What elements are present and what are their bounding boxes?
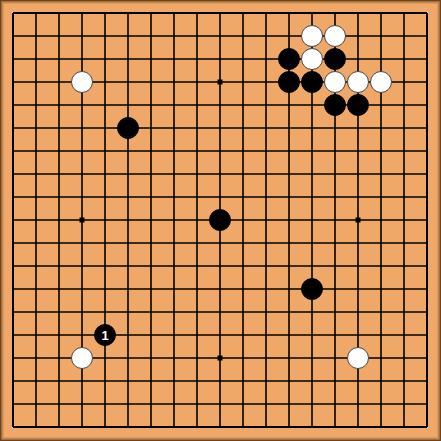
black-stone-e5: 1	[94, 324, 116, 346]
black-stone-p17	[324, 48, 346, 70]
black-stone-f14	[117, 117, 139, 139]
black-stone-o7	[301, 278, 323, 300]
go-board: 1	[0, 0, 441, 441]
white-stone-q4	[347, 347, 369, 369]
black-stone-q15	[347, 94, 369, 116]
white-stone-o17	[301, 48, 323, 70]
white-stone-q16	[347, 71, 369, 93]
white-stone-o18	[301, 25, 323, 47]
black-stone-o16	[301, 71, 323, 93]
white-stone-d16	[71, 71, 93, 93]
white-stone-d4	[71, 347, 93, 369]
white-stone-p18	[324, 25, 346, 47]
black-stone-n16	[278, 71, 300, 93]
black-stone-k10	[209, 209, 231, 231]
stones-layer: 1	[2, 2, 439, 439]
white-stone-r16	[370, 71, 392, 93]
black-stone-p15	[324, 94, 346, 116]
black-stone-n17	[278, 48, 300, 70]
white-stone-p16	[324, 71, 346, 93]
